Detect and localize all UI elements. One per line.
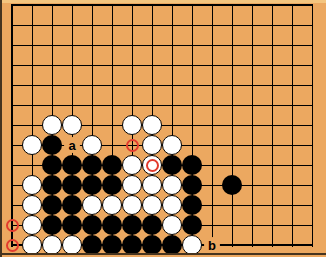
black-stone <box>122 235 142 255</box>
white-stone <box>42 115 62 135</box>
grid-horizontal-line <box>11 45 313 46</box>
white-stone <box>102 195 122 215</box>
white-stone <box>82 135 102 155</box>
black-stone <box>82 175 102 195</box>
black-stone <box>42 135 62 155</box>
grid-horizontal-line <box>11 25 313 26</box>
white-stone <box>162 195 182 215</box>
black-stone <box>62 155 82 175</box>
point-label-a: a <box>64 137 80 153</box>
red-circle-marker <box>6 219 19 232</box>
grid-vertical-line <box>252 5 253 247</box>
black-stone <box>42 195 62 215</box>
white-stone <box>162 175 182 195</box>
white-stone <box>22 135 42 155</box>
white-stone <box>22 215 42 235</box>
white-stone <box>22 235 42 255</box>
board-top-margin-strip <box>0 0 326 3</box>
black-stone <box>102 155 122 175</box>
white-stone <box>122 155 142 175</box>
grid-horizontal-line <box>11 4 313 6</box>
grid-vertical-line <box>232 5 233 247</box>
image-left-border <box>0 0 2 257</box>
black-stone <box>182 175 202 195</box>
black-stone <box>222 175 242 195</box>
black-stone <box>102 235 122 255</box>
white-stone <box>142 195 162 215</box>
red-circle-marker <box>146 159 159 172</box>
white-stone <box>22 175 42 195</box>
white-stone <box>142 175 162 195</box>
white-stone <box>122 175 142 195</box>
white-stone <box>82 195 102 215</box>
grid-vertical-line <box>212 5 213 247</box>
black-stone <box>142 215 162 235</box>
grid-vertical-line <box>11 5 13 247</box>
grid-horizontal-line <box>11 65 313 66</box>
black-stone <box>82 235 102 255</box>
white-stone <box>182 235 202 255</box>
red-circle-marker <box>126 139 139 152</box>
grid-vertical-line <box>272 5 273 247</box>
grid-vertical-line <box>292 5 293 247</box>
white-stone <box>162 215 182 235</box>
black-stone <box>182 195 202 215</box>
white-stone <box>122 195 142 215</box>
go-board-diagram: ab <box>0 0 326 257</box>
black-stone <box>162 235 182 255</box>
black-stone <box>82 215 102 235</box>
white-stone <box>42 235 62 255</box>
white-stone <box>122 115 142 135</box>
black-stone <box>162 155 182 175</box>
black-stone <box>42 215 62 235</box>
black-stone <box>102 215 122 235</box>
black-stone <box>142 235 162 255</box>
black-stone <box>42 155 62 175</box>
white-stone <box>142 135 162 155</box>
black-stone <box>42 175 62 195</box>
grid-vertical-line <box>312 5 313 247</box>
black-stone <box>182 215 202 235</box>
red-circle-marker <box>6 239 19 252</box>
white-stone <box>62 115 82 135</box>
white-stone <box>62 235 82 255</box>
white-stone <box>142 115 162 135</box>
white-stone <box>22 195 42 215</box>
white-stone <box>162 135 182 155</box>
point-label-b: b <box>204 237 220 253</box>
image-bottom-border <box>0 253 326 255</box>
black-stone <box>62 215 82 235</box>
black-stone <box>102 175 122 195</box>
black-stone <box>82 155 102 175</box>
black-stone <box>62 175 82 195</box>
grid-horizontal-line <box>11 85 313 86</box>
black-stone <box>122 215 142 235</box>
black-stone <box>62 195 82 215</box>
grid-horizontal-line <box>11 105 313 106</box>
black-stone <box>182 155 202 175</box>
